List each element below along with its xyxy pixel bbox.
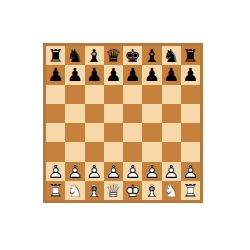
square-b8[interactable]: ♞ (65, 46, 84, 65)
black-pawn-glyph: ♟ (85, 65, 104, 84)
piece-white-pawn[interactable]: ♟♙ (85, 162, 104, 181)
square-b3[interactable] (65, 142, 84, 161)
square-h5[interactable] (181, 104, 200, 123)
white-rook-outline-glyph: ♖ (181, 181, 200, 200)
square-b6[interactable] (65, 85, 84, 104)
square-d4[interactable] (104, 123, 123, 142)
square-c8[interactable]: ♝ (85, 46, 104, 65)
square-a6[interactable] (46, 85, 65, 104)
chess-board: ♜♞♝♛♚♝♞♜♟♟♟♟♟♟♟♟♟♙♟♙♟♙♟♙♟♙♟♙♟♙♟♙♜♖♞♘♝♗♛♕… (43, 43, 203, 203)
piece-white-pawn[interactable]: ♟♙ (181, 162, 200, 181)
piece-white-bishop[interactable]: ♝♗ (85, 181, 104, 200)
black-queen-glyph: ♛ (104, 46, 123, 65)
piece-white-pawn[interactable]: ♟♙ (142, 162, 161, 181)
piece-black-pawn[interactable]: ♟ (46, 65, 65, 84)
square-b5[interactable] (65, 104, 84, 123)
black-pawn-glyph: ♟ (123, 65, 142, 84)
black-knight-glyph: ♞ (162, 46, 181, 65)
square-h8[interactable]: ♜ (181, 46, 200, 65)
square-a8[interactable]: ♜ (46, 46, 65, 65)
piece-white-knight[interactable]: ♞♘ (162, 181, 181, 200)
square-h2[interactable]: ♟♙ (181, 162, 200, 181)
square-h4[interactable] (181, 123, 200, 142)
square-f1[interactable]: ♝♗ (142, 181, 161, 200)
square-b2[interactable]: ♟♙ (65, 162, 84, 181)
white-pawn-outline-glyph: ♙ (85, 162, 104, 181)
square-e2[interactable]: ♟♙ (123, 162, 142, 181)
piece-white-pawn[interactable]: ♟♙ (162, 162, 181, 181)
black-knight-glyph: ♞ (65, 46, 84, 65)
square-f2[interactable]: ♟♙ (142, 162, 161, 181)
white-rook-outline-glyph: ♖ (46, 181, 65, 200)
square-f8[interactable]: ♝ (142, 46, 161, 65)
square-a7[interactable]: ♟ (46, 65, 65, 84)
piece-black-bishop[interactable]: ♝ (142, 46, 161, 65)
white-pawn-outline-glyph: ♙ (65, 162, 84, 181)
black-rook-glyph: ♜ (181, 46, 200, 65)
piece-white-bishop[interactable]: ♝♗ (142, 181, 161, 200)
square-e8[interactable]: ♚ (123, 46, 142, 65)
white-knight-outline-glyph: ♘ (162, 181, 181, 200)
white-bishop-outline-glyph: ♗ (85, 181, 104, 200)
square-a5[interactable] (46, 104, 65, 123)
square-h1[interactable]: ♜♖ (181, 181, 200, 200)
piece-white-pawn[interactable]: ♟♙ (46, 162, 65, 181)
square-g6[interactable] (162, 85, 181, 104)
white-queen-outline-glyph: ♕ (104, 181, 123, 200)
square-f7[interactable]: ♟ (142, 65, 161, 84)
piece-black-pawn[interactable]: ♟ (65, 65, 84, 84)
square-g4[interactable] (162, 123, 181, 142)
piece-black-knight[interactable]: ♞ (65, 46, 84, 65)
square-e5[interactable] (123, 104, 142, 123)
square-f4[interactable] (142, 123, 161, 142)
square-g8[interactable]: ♞ (162, 46, 181, 65)
square-c4[interactable] (85, 123, 104, 142)
square-f5[interactable] (142, 104, 161, 123)
white-knight-outline-glyph: ♘ (65, 181, 84, 200)
chess-diagram: ♜♞♝♛♚♝♞♜♟♟♟♟♟♟♟♟♟♙♟♙♟♙♟♙♟♙♟♙♟♙♟♙♜♖♞♘♝♗♛♕… (0, 0, 250, 250)
white-pawn-outline-glyph: ♙ (162, 162, 181, 181)
square-e7[interactable]: ♟ (123, 65, 142, 84)
square-d3[interactable] (104, 142, 123, 161)
square-g7[interactable]: ♟ (162, 65, 181, 84)
square-e3[interactable] (123, 142, 142, 161)
square-b7[interactable]: ♟ (65, 65, 84, 84)
square-g2[interactable]: ♟♙ (162, 162, 181, 181)
square-f3[interactable] (142, 142, 161, 161)
square-h6[interactable] (181, 85, 200, 104)
black-bishop-glyph: ♝ (85, 46, 104, 65)
black-pawn-glyph: ♟ (162, 65, 181, 84)
square-a1[interactable]: ♜♖ (46, 181, 65, 200)
piece-white-rook[interactable]: ♜♖ (46, 181, 65, 200)
piece-white-rook[interactable]: ♜♖ (181, 181, 200, 200)
square-a4[interactable] (46, 123, 65, 142)
piece-black-queen[interactable]: ♛ (104, 46, 123, 65)
square-c7[interactable]: ♟ (85, 65, 104, 84)
square-d1[interactable]: ♛♕ (104, 181, 123, 200)
black-bishop-glyph: ♝ (142, 46, 161, 65)
square-a3[interactable] (46, 142, 65, 161)
white-pawn-outline-glyph: ♙ (46, 162, 65, 181)
square-h3[interactable] (181, 142, 200, 161)
square-e6[interactable] (123, 85, 142, 104)
square-d6[interactable] (104, 85, 123, 104)
square-b4[interactable] (65, 123, 84, 142)
piece-black-bishop[interactable]: ♝ (85, 46, 104, 65)
square-d8[interactable]: ♛ (104, 46, 123, 65)
black-pawn-glyph: ♟ (46, 65, 65, 84)
piece-black-knight[interactable]: ♞ (162, 46, 181, 65)
piece-white-king[interactable]: ♚♔ (123, 181, 142, 200)
black-pawn-glyph: ♟ (104, 65, 123, 84)
white-bishop-outline-glyph: ♗ (142, 181, 161, 200)
piece-white-queen[interactable]: ♛♕ (104, 181, 123, 200)
square-c1[interactable]: ♝♗ (85, 181, 104, 200)
square-h7[interactable]: ♟ (181, 65, 200, 84)
square-d7[interactable]: ♟ (104, 65, 123, 84)
square-c2[interactable]: ♟♙ (85, 162, 104, 181)
square-g3[interactable] (162, 142, 181, 161)
piece-black-pawn[interactable]: ♟ (181, 65, 200, 84)
piece-black-king[interactable]: ♚ (123, 46, 142, 65)
piece-white-pawn[interactable]: ♟♙ (104, 162, 123, 181)
square-f6[interactable] (142, 85, 161, 104)
black-pawn-glyph: ♟ (181, 65, 200, 84)
square-g1[interactable]: ♞♘ (162, 181, 181, 200)
piece-black-pawn[interactable]: ♟ (104, 65, 123, 84)
black-pawn-glyph: ♟ (65, 65, 84, 84)
piece-white-pawn[interactable]: ♟♙ (123, 162, 142, 181)
white-pawn-outline-glyph: ♙ (104, 162, 123, 181)
piece-black-rook[interactable]: ♜ (181, 46, 200, 65)
black-king-glyph: ♚ (123, 46, 142, 65)
square-d2[interactable]: ♟♙ (104, 162, 123, 181)
piece-black-pawn[interactable]: ♟ (142, 65, 161, 84)
piece-white-knight[interactable]: ♞♘ (65, 181, 84, 200)
black-pawn-glyph: ♟ (142, 65, 161, 84)
white-king-outline-glyph: ♔ (123, 181, 142, 200)
square-c5[interactable] (85, 104, 104, 123)
piece-black-rook[interactable]: ♜ (46, 46, 65, 65)
square-e4[interactable] (123, 123, 142, 142)
square-b1[interactable]: ♞♘ (65, 181, 84, 200)
white-pawn-outline-glyph: ♙ (142, 162, 161, 181)
square-e1[interactable]: ♚♔ (123, 181, 142, 200)
piece-black-pawn[interactable]: ♟ (123, 65, 142, 84)
piece-black-pawn[interactable]: ♟ (85, 65, 104, 84)
square-c3[interactable] (85, 142, 104, 161)
square-c6[interactable] (85, 85, 104, 104)
piece-black-pawn[interactable]: ♟ (162, 65, 181, 84)
piece-white-pawn[interactable]: ♟♙ (65, 162, 84, 181)
white-pawn-outline-glyph: ♙ (123, 162, 142, 181)
black-rook-glyph: ♜ (46, 46, 65, 65)
square-a2[interactable]: ♟♙ (46, 162, 65, 181)
white-pawn-outline-glyph: ♙ (181, 162, 200, 181)
square-g5[interactable] (162, 104, 181, 123)
square-d5[interactable] (104, 104, 123, 123)
